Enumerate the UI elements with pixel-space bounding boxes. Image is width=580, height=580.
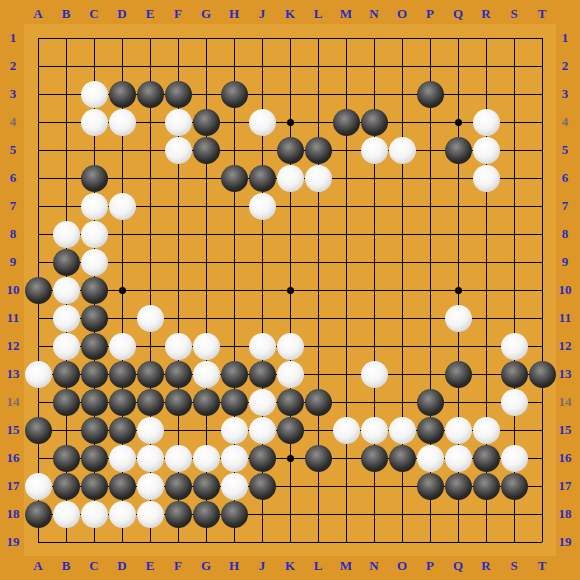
intersection-O12[interactable] (388, 332, 416, 360)
intersection-A17[interactable] (24, 472, 52, 500)
intersection-S15[interactable] (500, 416, 528, 444)
intersection-K15[interactable] (276, 416, 304, 444)
intersection-E13[interactable] (136, 360, 164, 388)
intersection-P15[interactable] (416, 416, 444, 444)
intersection-A4[interactable] (24, 108, 52, 136)
intersection-M2[interactable] (332, 52, 360, 80)
intersection-D9[interactable] (108, 248, 136, 276)
intersection-A8[interactable] (24, 220, 52, 248)
intersection-F11[interactable] (164, 304, 192, 332)
intersection-E1[interactable] (136, 24, 164, 52)
intersection-L4[interactable] (304, 108, 332, 136)
intersection-F8[interactable] (164, 220, 192, 248)
intersection-F17[interactable] (164, 472, 192, 500)
intersection-E10[interactable] (136, 276, 164, 304)
intersection-P4[interactable] (416, 108, 444, 136)
intersection-G4[interactable] (192, 108, 220, 136)
intersection-S19[interactable] (500, 528, 528, 556)
intersection-A6[interactable] (24, 164, 52, 192)
intersection-L14[interactable] (304, 388, 332, 416)
intersection-A11[interactable] (24, 304, 52, 332)
intersection-K3[interactable] (276, 80, 304, 108)
intersection-Q3[interactable] (444, 80, 472, 108)
intersection-C10[interactable] (80, 276, 108, 304)
intersection-R16[interactable] (472, 444, 500, 472)
intersection-D14[interactable] (108, 388, 136, 416)
intersection-T2[interactable] (528, 52, 556, 80)
intersection-M19[interactable] (332, 528, 360, 556)
intersection-C16[interactable] (80, 444, 108, 472)
intersection-H2[interactable] (220, 52, 248, 80)
intersection-T4[interactable] (528, 108, 556, 136)
intersection-R15[interactable] (472, 416, 500, 444)
intersection-O13[interactable] (388, 360, 416, 388)
intersection-O1[interactable] (388, 24, 416, 52)
intersection-K1[interactable] (276, 24, 304, 52)
intersection-A15[interactable] (24, 416, 52, 444)
intersection-N6[interactable] (360, 164, 388, 192)
intersection-S16[interactable] (500, 444, 528, 472)
intersection-D11[interactable] (108, 304, 136, 332)
intersection-O5[interactable] (388, 136, 416, 164)
intersection-F7[interactable] (164, 192, 192, 220)
intersection-D12[interactable] (108, 332, 136, 360)
intersection-S1[interactable] (500, 24, 528, 52)
intersection-C15[interactable] (80, 416, 108, 444)
intersection-B4[interactable] (52, 108, 80, 136)
intersection-N12[interactable] (360, 332, 388, 360)
intersection-Q9[interactable] (444, 248, 472, 276)
intersection-A19[interactable] (24, 528, 52, 556)
intersection-P7[interactable] (416, 192, 444, 220)
intersection-R18[interactable] (472, 500, 500, 528)
intersection-T9[interactable] (528, 248, 556, 276)
intersection-K2[interactable] (276, 52, 304, 80)
intersection-C2[interactable] (80, 52, 108, 80)
intersection-H11[interactable] (220, 304, 248, 332)
intersection-Q14[interactable] (444, 388, 472, 416)
intersection-P13[interactable] (416, 360, 444, 388)
intersection-Q13[interactable] (444, 360, 472, 388)
intersection-F3[interactable] (164, 80, 192, 108)
intersection-R5[interactable] (472, 136, 500, 164)
intersection-J7[interactable] (248, 192, 276, 220)
intersection-B10[interactable] (52, 276, 80, 304)
intersection-N3[interactable] (360, 80, 388, 108)
intersection-B18[interactable] (52, 500, 80, 528)
intersection-C9[interactable] (80, 248, 108, 276)
intersection-R9[interactable] (472, 248, 500, 276)
intersection-S17[interactable] (500, 472, 528, 500)
intersection-B11[interactable] (52, 304, 80, 332)
intersection-J19[interactable] (248, 528, 276, 556)
intersection-G7[interactable] (192, 192, 220, 220)
intersection-R12[interactable] (472, 332, 500, 360)
intersection-D4[interactable] (108, 108, 136, 136)
intersection-T3[interactable] (528, 80, 556, 108)
intersection-K4[interactable] (276, 108, 304, 136)
intersection-Q18[interactable] (444, 500, 472, 528)
intersection-M9[interactable] (332, 248, 360, 276)
intersection-B3[interactable] (52, 80, 80, 108)
intersection-D2[interactable] (108, 52, 136, 80)
intersection-N2[interactable] (360, 52, 388, 80)
intersection-E11[interactable] (136, 304, 164, 332)
intersection-T1[interactable] (528, 24, 556, 52)
intersection-N5[interactable] (360, 136, 388, 164)
intersection-C8[interactable] (80, 220, 108, 248)
intersection-M14[interactable] (332, 388, 360, 416)
intersection-O19[interactable] (388, 528, 416, 556)
intersection-L5[interactable] (304, 136, 332, 164)
intersection-P17[interactable] (416, 472, 444, 500)
intersection-J6[interactable] (248, 164, 276, 192)
intersection-H9[interactable] (220, 248, 248, 276)
intersection-H10[interactable] (220, 276, 248, 304)
intersection-S11[interactable] (500, 304, 528, 332)
intersection-E6[interactable] (136, 164, 164, 192)
intersection-O10[interactable] (388, 276, 416, 304)
intersection-F18[interactable] (164, 500, 192, 528)
intersection-M5[interactable] (332, 136, 360, 164)
intersection-L17[interactable] (304, 472, 332, 500)
intersection-J9[interactable] (248, 248, 276, 276)
intersection-M15[interactable] (332, 416, 360, 444)
intersection-T17[interactable] (528, 472, 556, 500)
intersection-H5[interactable] (220, 136, 248, 164)
intersection-L18[interactable] (304, 500, 332, 528)
intersection-J1[interactable] (248, 24, 276, 52)
intersection-L7[interactable] (304, 192, 332, 220)
intersection-P8[interactable] (416, 220, 444, 248)
intersection-B7[interactable] (52, 192, 80, 220)
intersection-G9[interactable] (192, 248, 220, 276)
intersection-H12[interactable] (220, 332, 248, 360)
intersection-A5[interactable] (24, 136, 52, 164)
intersection-B19[interactable] (52, 528, 80, 556)
intersection-B8[interactable] (52, 220, 80, 248)
intersection-H8[interactable] (220, 220, 248, 248)
intersection-C6[interactable] (80, 164, 108, 192)
intersection-A13[interactable] (24, 360, 52, 388)
intersection-A9[interactable] (24, 248, 52, 276)
intersection-B12[interactable] (52, 332, 80, 360)
intersection-G15[interactable] (192, 416, 220, 444)
intersection-C18[interactable] (80, 500, 108, 528)
intersection-H14[interactable] (220, 388, 248, 416)
intersection-K17[interactable] (276, 472, 304, 500)
intersection-M1[interactable] (332, 24, 360, 52)
intersection-C7[interactable] (80, 192, 108, 220)
intersection-F5[interactable] (164, 136, 192, 164)
intersection-Q8[interactable] (444, 220, 472, 248)
intersection-P14[interactable] (416, 388, 444, 416)
intersection-P5[interactable] (416, 136, 444, 164)
intersection-E8[interactable] (136, 220, 164, 248)
intersection-N4[interactable] (360, 108, 388, 136)
intersection-L8[interactable] (304, 220, 332, 248)
intersection-N9[interactable] (360, 248, 388, 276)
intersection-T18[interactable] (528, 500, 556, 528)
intersection-G12[interactable] (192, 332, 220, 360)
intersection-H15[interactable] (220, 416, 248, 444)
intersection-M13[interactable] (332, 360, 360, 388)
intersection-B9[interactable] (52, 248, 80, 276)
intersection-Q5[interactable] (444, 136, 472, 164)
intersection-F9[interactable] (164, 248, 192, 276)
intersection-J11[interactable] (248, 304, 276, 332)
intersection-G18[interactable] (192, 500, 220, 528)
intersection-L1[interactable] (304, 24, 332, 52)
intersection-N8[interactable] (360, 220, 388, 248)
intersection-G8[interactable] (192, 220, 220, 248)
intersection-D6[interactable] (108, 164, 136, 192)
intersection-P1[interactable] (416, 24, 444, 52)
intersection-T7[interactable] (528, 192, 556, 220)
intersection-N7[interactable] (360, 192, 388, 220)
intersection-T12[interactable] (528, 332, 556, 360)
intersection-C1[interactable] (80, 24, 108, 52)
intersection-N16[interactable] (360, 444, 388, 472)
intersection-J5[interactable] (248, 136, 276, 164)
intersection-F13[interactable] (164, 360, 192, 388)
intersection-Q6[interactable] (444, 164, 472, 192)
intersection-S6[interactable] (500, 164, 528, 192)
intersection-J18[interactable] (248, 500, 276, 528)
intersection-L3[interactable] (304, 80, 332, 108)
intersection-K18[interactable] (276, 500, 304, 528)
intersection-R17[interactable] (472, 472, 500, 500)
intersection-O17[interactable] (388, 472, 416, 500)
intersection-A7[interactable] (24, 192, 52, 220)
intersection-B16[interactable] (52, 444, 80, 472)
intersection-P16[interactable] (416, 444, 444, 472)
intersection-T11[interactable] (528, 304, 556, 332)
intersection-E3[interactable] (136, 80, 164, 108)
intersection-R3[interactable] (472, 80, 500, 108)
intersection-H13[interactable] (220, 360, 248, 388)
intersection-Q16[interactable] (444, 444, 472, 472)
intersection-M6[interactable] (332, 164, 360, 192)
intersection-F10[interactable] (164, 276, 192, 304)
intersection-N13[interactable] (360, 360, 388, 388)
intersection-N14[interactable] (360, 388, 388, 416)
intersection-K7[interactable] (276, 192, 304, 220)
intersection-T10[interactable] (528, 276, 556, 304)
intersection-A10[interactable] (24, 276, 52, 304)
intersection-O7[interactable] (388, 192, 416, 220)
intersection-P11[interactable] (416, 304, 444, 332)
intersection-A3[interactable] (24, 80, 52, 108)
intersection-O6[interactable] (388, 164, 416, 192)
intersection-G1[interactable] (192, 24, 220, 52)
intersection-C13[interactable] (80, 360, 108, 388)
intersection-D19[interactable] (108, 528, 136, 556)
intersection-F12[interactable] (164, 332, 192, 360)
intersection-D17[interactable] (108, 472, 136, 500)
intersection-K14[interactable] (276, 388, 304, 416)
intersection-J10[interactable] (248, 276, 276, 304)
intersection-R4[interactable] (472, 108, 500, 136)
intersection-J15[interactable] (248, 416, 276, 444)
intersection-S3[interactable] (500, 80, 528, 108)
intersection-O11[interactable] (388, 304, 416, 332)
intersection-Q17[interactable] (444, 472, 472, 500)
intersection-M11[interactable] (332, 304, 360, 332)
intersection-S13[interactable] (500, 360, 528, 388)
intersection-P10[interactable] (416, 276, 444, 304)
intersection-O3[interactable] (388, 80, 416, 108)
intersection-T14[interactable] (528, 388, 556, 416)
intersection-Q7[interactable] (444, 192, 472, 220)
intersection-E12[interactable] (136, 332, 164, 360)
intersection-N1[interactable] (360, 24, 388, 52)
intersection-F19[interactable] (164, 528, 192, 556)
intersection-A1[interactable] (24, 24, 52, 52)
intersection-Q4[interactable] (444, 108, 472, 136)
intersection-E9[interactable] (136, 248, 164, 276)
intersection-R8[interactable] (472, 220, 500, 248)
intersection-S2[interactable] (500, 52, 528, 80)
intersection-P6[interactable] (416, 164, 444, 192)
intersection-R6[interactable] (472, 164, 500, 192)
intersection-K11[interactable] (276, 304, 304, 332)
intersection-O2[interactable] (388, 52, 416, 80)
intersection-O4[interactable] (388, 108, 416, 136)
intersection-S18[interactable] (500, 500, 528, 528)
intersection-F2[interactable] (164, 52, 192, 80)
intersection-A14[interactable] (24, 388, 52, 416)
intersection-L6[interactable] (304, 164, 332, 192)
intersection-A16[interactable] (24, 444, 52, 472)
intersection-Q1[interactable] (444, 24, 472, 52)
intersection-T8[interactable] (528, 220, 556, 248)
intersection-F6[interactable] (164, 164, 192, 192)
intersection-R13[interactable] (472, 360, 500, 388)
intersection-D15[interactable] (108, 416, 136, 444)
intersection-B2[interactable] (52, 52, 80, 80)
intersection-A18[interactable] (24, 500, 52, 528)
intersection-R11[interactable] (472, 304, 500, 332)
intersection-B1[interactable] (52, 24, 80, 52)
intersection-S4[interactable] (500, 108, 528, 136)
intersection-T16[interactable] (528, 444, 556, 472)
intersection-R7[interactable] (472, 192, 500, 220)
intersection-L19[interactable] (304, 528, 332, 556)
intersection-J8[interactable] (248, 220, 276, 248)
intersection-R10[interactable] (472, 276, 500, 304)
intersection-R19[interactable] (472, 528, 500, 556)
intersection-M7[interactable] (332, 192, 360, 220)
intersection-T15[interactable] (528, 416, 556, 444)
intersection-A2[interactable] (24, 52, 52, 80)
intersection-O14[interactable] (388, 388, 416, 416)
intersection-L13[interactable] (304, 360, 332, 388)
intersection-D10[interactable] (108, 276, 136, 304)
intersection-S5[interactable] (500, 136, 528, 164)
intersection-M10[interactable] (332, 276, 360, 304)
intersection-N17[interactable] (360, 472, 388, 500)
intersection-Q11[interactable] (444, 304, 472, 332)
intersection-G17[interactable] (192, 472, 220, 500)
intersection-T6[interactable] (528, 164, 556, 192)
intersection-M12[interactable] (332, 332, 360, 360)
intersection-L11[interactable] (304, 304, 332, 332)
intersection-O16[interactable] (388, 444, 416, 472)
intersection-K9[interactable] (276, 248, 304, 276)
intersection-F15[interactable] (164, 416, 192, 444)
intersection-G13[interactable] (192, 360, 220, 388)
intersection-D3[interactable] (108, 80, 136, 108)
intersection-H7[interactable] (220, 192, 248, 220)
intersection-C3[interactable] (80, 80, 108, 108)
intersection-H17[interactable] (220, 472, 248, 500)
intersection-H19[interactable] (220, 528, 248, 556)
intersection-D8[interactable] (108, 220, 136, 248)
intersection-L12[interactable] (304, 332, 332, 360)
intersection-O18[interactable] (388, 500, 416, 528)
intersection-K5[interactable] (276, 136, 304, 164)
intersection-K12[interactable] (276, 332, 304, 360)
intersection-J16[interactable] (248, 444, 276, 472)
intersection-F14[interactable] (164, 388, 192, 416)
intersection-Q12[interactable] (444, 332, 472, 360)
intersection-J14[interactable] (248, 388, 276, 416)
intersection-D7[interactable] (108, 192, 136, 220)
intersection-M16[interactable] (332, 444, 360, 472)
intersection-C11[interactable] (80, 304, 108, 332)
intersection-T19[interactable] (528, 528, 556, 556)
intersection-M3[interactable] (332, 80, 360, 108)
intersection-J12[interactable] (248, 332, 276, 360)
intersection-L10[interactable] (304, 276, 332, 304)
intersection-H3[interactable] (220, 80, 248, 108)
intersection-J17[interactable] (248, 472, 276, 500)
intersection-R14[interactable] (472, 388, 500, 416)
intersection-G16[interactable] (192, 444, 220, 472)
intersection-E19[interactable] (136, 528, 164, 556)
intersection-K13[interactable] (276, 360, 304, 388)
intersection-R1[interactable] (472, 24, 500, 52)
intersection-G5[interactable] (192, 136, 220, 164)
intersection-P3[interactable] (416, 80, 444, 108)
intersection-D18[interactable] (108, 500, 136, 528)
intersection-C14[interactable] (80, 388, 108, 416)
intersection-P9[interactable] (416, 248, 444, 276)
intersection-G14[interactable] (192, 388, 220, 416)
intersection-B14[interactable] (52, 388, 80, 416)
intersection-Q2[interactable] (444, 52, 472, 80)
intersection-N11[interactable] (360, 304, 388, 332)
intersection-B6[interactable] (52, 164, 80, 192)
intersection-L16[interactable] (304, 444, 332, 472)
intersection-S9[interactable] (500, 248, 528, 276)
intersection-G3[interactable] (192, 80, 220, 108)
intersection-E4[interactable] (136, 108, 164, 136)
intersection-K8[interactable] (276, 220, 304, 248)
intersection-E15[interactable] (136, 416, 164, 444)
intersection-M4[interactable] (332, 108, 360, 136)
intersection-N10[interactable] (360, 276, 388, 304)
intersection-G2[interactable] (192, 52, 220, 80)
intersection-C19[interactable] (80, 528, 108, 556)
intersection-K6[interactable] (276, 164, 304, 192)
intersection-E7[interactable] (136, 192, 164, 220)
intersection-S14[interactable] (500, 388, 528, 416)
intersection-O9[interactable] (388, 248, 416, 276)
intersection-D5[interactable] (108, 136, 136, 164)
intersection-K16[interactable] (276, 444, 304, 472)
